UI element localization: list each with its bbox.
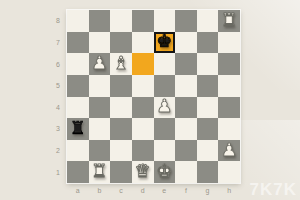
square-h8[interactable]: ♜	[218, 10, 240, 32]
square-b5[interactable]	[89, 75, 111, 97]
square-g5[interactable]	[197, 75, 219, 97]
square-f1[interactable]	[175, 161, 197, 183]
rank-labels: 87654321	[52, 10, 64, 183]
rank-label-5: 5	[52, 75, 64, 97]
square-f8[interactable]	[175, 10, 197, 32]
rank-label-1: 1	[52, 161, 64, 183]
piece-black-rook[interactable]: ♜	[70, 119, 86, 137]
square-b7[interactable]	[89, 32, 111, 54]
file-label-a: a	[67, 184, 89, 196]
rank-label-2: 2	[52, 140, 64, 162]
rank-label-8: 8	[52, 10, 64, 32]
square-c2[interactable]	[110, 140, 132, 162]
square-h2[interactable]: ♟	[218, 140, 240, 162]
square-g8[interactable]	[197, 10, 219, 32]
file-label-d: d	[132, 184, 154, 196]
square-b6[interactable]: ♟	[89, 53, 111, 75]
square-a3[interactable]: ♜	[67, 118, 89, 140]
square-e7[interactable]: ♚	[154, 32, 176, 54]
square-g6[interactable]	[197, 53, 219, 75]
piece-white-rook[interactable]: ♜	[221, 11, 237, 29]
piece-white-king[interactable]: ♚	[156, 162, 172, 180]
square-e1[interactable]: ♚	[154, 161, 176, 183]
piece-white-rook[interactable]: ♜	[91, 162, 107, 180]
square-f4[interactable]	[175, 97, 197, 119]
square-d2[interactable]	[132, 140, 154, 162]
square-g4[interactable]	[197, 97, 219, 119]
square-e3[interactable]	[154, 118, 176, 140]
file-label-c: c	[110, 184, 132, 196]
square-c4[interactable]	[110, 97, 132, 119]
square-d8[interactable]	[132, 10, 154, 32]
rank-label-4: 4	[52, 97, 64, 119]
square-d3[interactable]	[132, 118, 154, 140]
square-h3[interactable]	[218, 118, 240, 140]
square-b2[interactable]	[89, 140, 111, 162]
square-f3[interactable]	[175, 118, 197, 140]
square-f2[interactable]	[175, 140, 197, 162]
rank-label-7: 7	[52, 32, 64, 54]
square-h1[interactable]	[218, 161, 240, 183]
square-g1[interactable]	[197, 161, 219, 183]
square-c6[interactable]: ♝	[110, 53, 132, 75]
square-c5[interactable]	[110, 75, 132, 97]
square-h6[interactable]	[218, 53, 240, 75]
watermark: 7K7K	[250, 180, 297, 200]
square-g7[interactable]	[197, 32, 219, 54]
square-f6[interactable]	[175, 53, 197, 75]
piece-white-bishop[interactable]: ♝	[113, 54, 129, 72]
square-h5[interactable]	[218, 75, 240, 97]
square-g2[interactable]	[197, 140, 219, 162]
file-label-h: h	[218, 184, 240, 196]
square-e4[interactable]: ♟	[154, 97, 176, 119]
file-label-b: b	[89, 184, 111, 196]
square-a8[interactable]	[67, 10, 89, 32]
piece-white-pawn[interactable]: ♟	[91, 54, 107, 72]
square-a2[interactable]	[67, 140, 89, 162]
piece-white-queen[interactable]: ♛	[135, 162, 151, 180]
square-a4[interactable]	[67, 97, 89, 119]
square-a7[interactable]	[67, 32, 89, 54]
file-labels: abcdefgh	[67, 184, 240, 196]
square-e6[interactable]	[154, 53, 176, 75]
square-e2[interactable]	[154, 140, 176, 162]
square-g3[interactable]	[197, 118, 219, 140]
square-e8[interactable]	[154, 10, 176, 32]
square-d5[interactable]	[132, 75, 154, 97]
square-h4[interactable]	[218, 97, 240, 119]
square-d4[interactable]	[132, 97, 154, 119]
square-a6[interactable]	[67, 53, 89, 75]
square-f5[interactable]	[175, 75, 197, 97]
square-d1[interactable]: ♛	[132, 161, 154, 183]
square-d7[interactable]	[132, 32, 154, 54]
piece-white-pawn[interactable]: ♟	[156, 97, 172, 115]
square-d6[interactable]	[132, 53, 154, 75]
file-label-f: f	[175, 184, 197, 196]
square-f7[interactable]	[175, 32, 197, 54]
square-c3[interactable]	[110, 118, 132, 140]
rank-label-6: 6	[52, 53, 64, 75]
piece-white-pawn[interactable]: ♟	[221, 141, 237, 159]
square-a5[interactable]	[67, 75, 89, 97]
file-label-g: g	[197, 184, 219, 196]
square-b4[interactable]	[89, 97, 111, 119]
square-b8[interactable]	[89, 10, 111, 32]
square-e5[interactable]	[154, 75, 176, 97]
square-b1[interactable]: ♜	[89, 161, 111, 183]
square-b3[interactable]	[89, 118, 111, 140]
square-h7[interactable]	[218, 32, 240, 54]
rank-label-3: 3	[52, 118, 64, 140]
file-label-e: e	[154, 184, 176, 196]
chess-board[interactable]: ♜♚♟♝♟♜♟♜♛♚	[67, 10, 240, 183]
square-a1[interactable]	[67, 161, 89, 183]
square-c7[interactable]	[110, 32, 132, 54]
piece-black-king[interactable]: ♚	[156, 32, 172, 50]
square-c8[interactable]	[110, 10, 132, 32]
square-c1[interactable]	[110, 161, 132, 183]
